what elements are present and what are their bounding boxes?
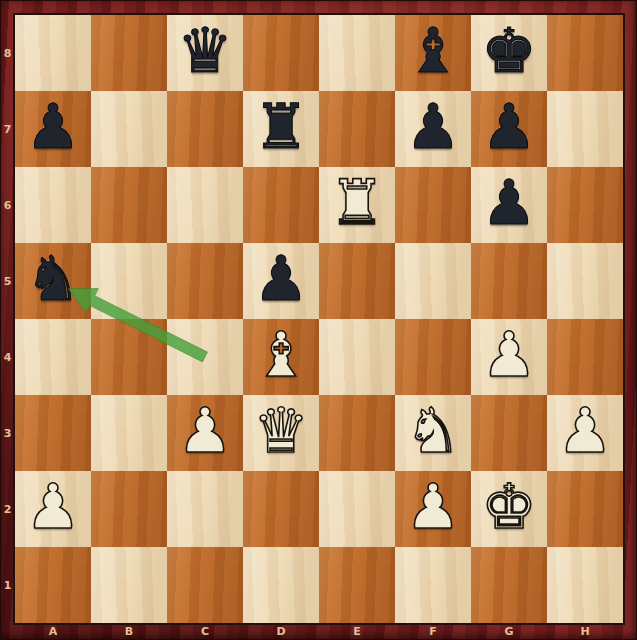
square-b7[interactable] [91,91,167,167]
white-pawn[interactable]: ♟ [177,393,233,469]
rank-label-7: 7 [0,91,15,167]
file-label-d: D [243,622,319,640]
square-c4[interactable] [167,319,243,395]
square-e3[interactable] [319,395,395,471]
black-knight[interactable]: ♞ [25,241,81,317]
square-g3[interactable] [471,395,547,471]
chessboard-widget: ♛♝♚♟♜♟♟♜♟♞♟♝♟♟♛♞♟♟♟♚ 87654321 ABCDEFGH [0,0,637,640]
square-f5[interactable] [395,243,471,319]
square-h7[interactable] [547,91,623,167]
black-pawn[interactable]: ♟ [481,165,537,241]
square-d5[interactable]: ♟ [243,243,319,319]
rank-label-2: 2 [0,471,15,547]
square-f3[interactable]: ♞ [395,395,471,471]
square-h3[interactable]: ♟ [547,395,623,471]
square-h6[interactable] [547,167,623,243]
square-d3[interactable]: ♛ [243,395,319,471]
square-a1[interactable] [15,547,91,623]
square-c1[interactable] [167,547,243,623]
square-g2[interactable]: ♚ [471,471,547,547]
black-pawn[interactable]: ♟ [481,89,537,165]
square-b2[interactable] [91,471,167,547]
square-d1[interactable] [243,547,319,623]
square-c3[interactable]: ♟ [167,395,243,471]
black-pawn[interactable]: ♟ [405,89,461,165]
square-a4[interactable] [15,319,91,395]
rank-label-4: 4 [0,319,15,395]
square-d6[interactable] [243,167,319,243]
chess-board: ♛♝♚♟♜♟♟♜♟♞♟♝♟♟♛♞♟♟♟♚ [15,15,623,623]
square-g4[interactable]: ♟ [471,319,547,395]
white-pawn[interactable]: ♟ [481,317,537,393]
square-d2[interactable] [243,471,319,547]
square-c8[interactable]: ♛ [167,15,243,91]
rank-label-8: 8 [0,15,15,91]
white-pawn[interactable]: ♟ [405,469,461,545]
white-king[interactable]: ♚ [481,469,537,545]
square-a3[interactable] [15,395,91,471]
square-g1[interactable] [471,547,547,623]
square-b3[interactable] [91,395,167,471]
black-bishop[interactable]: ♝ [405,13,461,89]
white-rook[interactable]: ♜ [329,165,385,241]
square-b1[interactable] [91,547,167,623]
square-g6[interactable]: ♟ [471,167,547,243]
square-f2[interactable]: ♟ [395,471,471,547]
square-a7[interactable]: ♟ [15,91,91,167]
rank-coordinates: 87654321 [0,15,15,623]
square-c7[interactable] [167,91,243,167]
square-c6[interactable] [167,167,243,243]
file-label-b: B [91,622,167,640]
square-e6[interactable]: ♜ [319,167,395,243]
white-queen[interactable]: ♛ [253,393,309,469]
square-b6[interactable] [91,167,167,243]
square-b5[interactable] [91,243,167,319]
square-e5[interactable] [319,243,395,319]
square-d4[interactable]: ♝ [243,319,319,395]
square-d8[interactable] [243,15,319,91]
file-label-a: A [15,622,91,640]
square-c2[interactable] [167,471,243,547]
square-g5[interactable] [471,243,547,319]
black-pawn[interactable]: ♟ [253,241,309,317]
square-a2[interactable]: ♟ [15,471,91,547]
file-label-c: C [167,622,243,640]
rank-label-3: 3 [0,395,15,471]
white-knight[interactable]: ♞ [405,393,461,469]
white-pawn[interactable]: ♟ [25,469,81,545]
square-g7[interactable]: ♟ [471,91,547,167]
white-bishop[interactable]: ♝ [253,317,309,393]
white-pawn[interactable]: ♟ [557,393,613,469]
rank-label-5: 5 [0,243,15,319]
square-h8[interactable] [547,15,623,91]
square-f8[interactable]: ♝ [395,15,471,91]
square-f1[interactable] [395,547,471,623]
square-f7[interactable]: ♟ [395,91,471,167]
square-c5[interactable] [167,243,243,319]
black-pawn[interactable]: ♟ [25,89,81,165]
file-label-f: F [395,622,471,640]
square-e4[interactable] [319,319,395,395]
square-b4[interactable] [91,319,167,395]
square-h5[interactable] [547,243,623,319]
black-king[interactable]: ♚ [481,13,537,89]
file-label-h: H [547,622,623,640]
black-rook[interactable]: ♜ [253,89,309,165]
square-h2[interactable] [547,471,623,547]
square-a5[interactable]: ♞ [15,243,91,319]
square-h4[interactable] [547,319,623,395]
square-a6[interactable] [15,167,91,243]
rank-label-1: 1 [0,547,15,623]
rank-label-6: 6 [0,167,15,243]
square-f6[interactable] [395,167,471,243]
square-g8[interactable]: ♚ [471,15,547,91]
square-e2[interactable] [319,471,395,547]
black-queen[interactable]: ♛ [177,13,233,89]
square-f4[interactable] [395,319,471,395]
square-h1[interactable] [547,547,623,623]
file-label-g: G [471,622,547,640]
square-b8[interactable] [91,15,167,91]
file-label-e: E [319,622,395,640]
square-d7[interactable]: ♜ [243,91,319,167]
square-a8[interactable] [15,15,91,91]
square-e1[interactable] [319,547,395,623]
file-coordinates: ABCDEFGH [15,622,623,640]
square-e8[interactable] [319,15,395,91]
square-e7[interactable] [319,91,395,167]
